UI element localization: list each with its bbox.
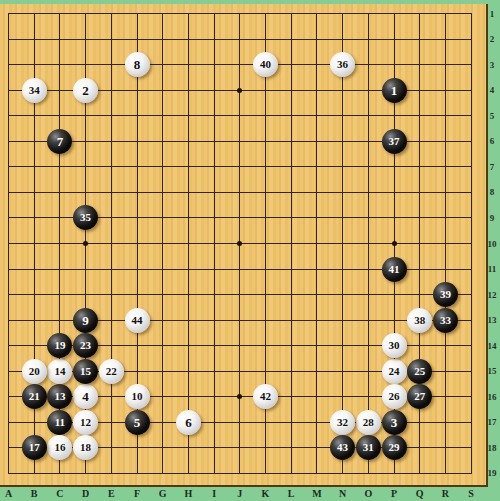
stone-move-number: 10 bbox=[132, 391, 143, 402]
row-label-19: 19 bbox=[484, 468, 500, 478]
stone-38-white[interactable]: 38 bbox=[407, 308, 432, 333]
column-label-P: P bbox=[384, 488, 404, 499]
stone-move-number: 13 bbox=[54, 391, 65, 402]
stone-move-number: 38 bbox=[414, 314, 425, 325]
column-label-G: G bbox=[153, 488, 173, 499]
stone-8-white[interactable]: 8 bbox=[125, 52, 150, 77]
column-label-D: D bbox=[76, 488, 96, 499]
go-diagram: 1234567891011121314151617181920212223242… bbox=[0, 0, 500, 501]
stone-12-white[interactable]: 12 bbox=[73, 410, 98, 435]
stone-10-white[interactable]: 10 bbox=[125, 384, 150, 409]
grid-line-vertical bbox=[316, 13, 317, 474]
stone-move-number: 39 bbox=[440, 289, 451, 300]
column-label-N: N bbox=[333, 488, 353, 499]
column-label-C: C bbox=[50, 488, 70, 499]
grid-line-vertical bbox=[445, 13, 446, 474]
stone-move-number: 41 bbox=[389, 263, 400, 274]
grid-line-vertical bbox=[291, 13, 292, 474]
stone-25-black[interactable]: 25 bbox=[407, 359, 432, 384]
column-label-Q: Q bbox=[410, 488, 430, 499]
row-label-11: 11 bbox=[484, 264, 500, 274]
row-label-12: 12 bbox=[484, 290, 500, 300]
grid-line-horizontal bbox=[8, 294, 472, 295]
stone-move-number: 26 bbox=[389, 391, 400, 402]
row-label-6: 6 bbox=[484, 136, 500, 146]
stone-17-black[interactable]: 17 bbox=[22, 435, 47, 460]
go-board[interactable] bbox=[0, 4, 488, 487]
stone-40-white[interactable]: 40 bbox=[253, 52, 278, 77]
stone-28-white[interactable]: 28 bbox=[356, 410, 381, 435]
stone-29-black[interactable]: 29 bbox=[382, 435, 407, 460]
row-label-14: 14 bbox=[484, 341, 500, 351]
stone-14-white[interactable]: 14 bbox=[47, 359, 72, 384]
row-label-10: 10 bbox=[484, 239, 500, 249]
stone-move-number: 3 bbox=[391, 415, 398, 428]
stone-move-number: 32 bbox=[337, 416, 348, 427]
stone-22-white[interactable]: 22 bbox=[99, 359, 124, 384]
stone-30-white[interactable]: 30 bbox=[382, 333, 407, 358]
star-point bbox=[392, 241, 397, 246]
row-label-7: 7 bbox=[484, 162, 500, 172]
row-label-5: 5 bbox=[484, 111, 500, 121]
stone-44-white[interactable]: 44 bbox=[125, 308, 150, 333]
stone-move-number: 34 bbox=[29, 84, 40, 95]
row-label-2: 2 bbox=[484, 34, 500, 44]
row-label-8: 8 bbox=[484, 187, 500, 197]
stone-move-number: 27 bbox=[414, 391, 425, 402]
stone-move-number: 44 bbox=[132, 314, 143, 325]
stone-move-number: 23 bbox=[80, 340, 91, 351]
stone-move-number: 43 bbox=[337, 442, 348, 453]
column-label-I: I bbox=[204, 488, 224, 499]
stone-move-number: 37 bbox=[389, 135, 400, 146]
stone-32-white[interactable]: 32 bbox=[330, 410, 355, 435]
stone-34-white[interactable]: 34 bbox=[22, 78, 47, 103]
stone-7-black[interactable]: 7 bbox=[47, 129, 72, 154]
stone-move-number: 31 bbox=[363, 442, 374, 453]
column-label-E: E bbox=[101, 488, 121, 499]
stone-move-number: 16 bbox=[54, 442, 65, 453]
grid-line-vertical bbox=[471, 13, 472, 474]
stone-move-number: 9 bbox=[82, 313, 89, 326]
stone-5-black[interactable]: 5 bbox=[125, 410, 150, 435]
stone-move-number: 24 bbox=[389, 365, 400, 376]
stone-move-number: 14 bbox=[54, 365, 65, 376]
stone-41-black[interactable]: 41 bbox=[382, 257, 407, 282]
stone-move-number: 11 bbox=[55, 416, 65, 427]
stone-move-number: 8 bbox=[134, 58, 141, 71]
stone-move-number: 30 bbox=[389, 340, 400, 351]
stone-move-number: 1 bbox=[391, 83, 398, 96]
star-point bbox=[237, 88, 242, 93]
stone-39-black[interactable]: 39 bbox=[433, 282, 458, 307]
stone-move-number: 19 bbox=[54, 340, 65, 351]
stone-move-number: 28 bbox=[363, 416, 374, 427]
column-label-H: H bbox=[178, 488, 198, 499]
row-label-13: 13 bbox=[484, 315, 500, 325]
stone-6-white[interactable]: 6 bbox=[176, 410, 201, 435]
row-label-4: 4 bbox=[484, 85, 500, 95]
stone-20-white[interactable]: 20 bbox=[22, 359, 47, 384]
column-label-L: L bbox=[281, 488, 301, 499]
stone-37-black[interactable]: 37 bbox=[382, 129, 407, 154]
grid-line-horizontal bbox=[8, 473, 472, 474]
row-label-16: 16 bbox=[484, 392, 500, 402]
stone-move-number: 15 bbox=[80, 365, 91, 376]
stone-move-number: 40 bbox=[260, 59, 271, 70]
stone-move-number: 12 bbox=[80, 416, 91, 427]
stone-move-number: 35 bbox=[80, 212, 91, 223]
column-label-O: O bbox=[358, 488, 378, 499]
stone-24-white[interactable]: 24 bbox=[382, 359, 407, 384]
stone-31-black[interactable]: 31 bbox=[356, 435, 381, 460]
row-label-9: 9 bbox=[484, 213, 500, 223]
stone-33-black[interactable]: 33 bbox=[433, 308, 458, 333]
star-point bbox=[83, 241, 88, 246]
column-label-M: M bbox=[307, 488, 327, 499]
stone-9-black[interactable]: 9 bbox=[73, 308, 98, 333]
stone-21-black[interactable]: 21 bbox=[22, 384, 47, 409]
stone-move-number: 29 bbox=[389, 442, 400, 453]
stone-move-number: 33 bbox=[440, 314, 451, 325]
row-label-18: 18 bbox=[484, 443, 500, 453]
stone-move-number: 17 bbox=[29, 442, 40, 453]
stone-2-white[interactable]: 2 bbox=[73, 78, 98, 103]
column-label-K: K bbox=[256, 488, 276, 499]
column-label-B: B bbox=[24, 488, 44, 499]
stone-move-number: 2 bbox=[82, 83, 89, 96]
column-label-S: S bbox=[461, 488, 481, 499]
stone-move-number: 21 bbox=[29, 391, 40, 402]
stone-26-white[interactable]: 26 bbox=[382, 384, 407, 409]
stone-move-number: 6 bbox=[185, 415, 192, 428]
stone-move-number: 18 bbox=[80, 442, 91, 453]
stone-move-number: 5 bbox=[134, 415, 141, 428]
stone-3-black[interactable]: 3 bbox=[382, 410, 407, 435]
stone-move-number: 20 bbox=[29, 365, 40, 376]
stone-15-black[interactable]: 15 bbox=[73, 359, 98, 384]
row-label-1: 1 bbox=[484, 9, 500, 19]
row-label-3: 3 bbox=[484, 60, 500, 70]
stone-move-number: 7 bbox=[57, 134, 64, 147]
column-label-F: F bbox=[127, 488, 147, 499]
grid-line-vertical bbox=[368, 13, 369, 474]
column-label-J: J bbox=[230, 488, 250, 499]
row-label-15: 15 bbox=[484, 366, 500, 376]
grid-line-vertical bbox=[342, 13, 343, 474]
stone-move-number: 25 bbox=[414, 365, 425, 376]
stone-1-black[interactable]: 1 bbox=[382, 78, 407, 103]
column-label-A: A bbox=[0, 488, 19, 499]
column-label-R: R bbox=[435, 488, 455, 499]
row-label-17: 17 bbox=[484, 417, 500, 427]
stone-move-number: 22 bbox=[106, 365, 117, 376]
stone-move-number: 42 bbox=[260, 391, 271, 402]
stone-move-number: 36 bbox=[337, 59, 348, 70]
stone-move-number: 4 bbox=[82, 390, 89, 403]
